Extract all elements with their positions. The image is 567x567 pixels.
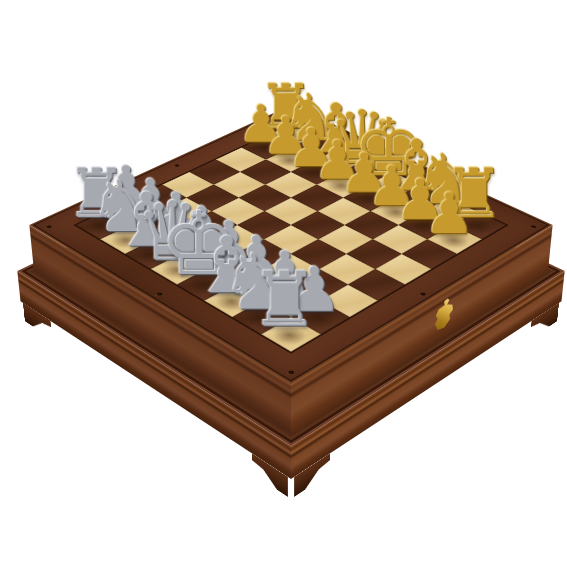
screw-dot: [155, 292, 163, 296]
chess-set-photo: ♜♞♝♛♚♝♞♜♟♟♟♟♟♟♟♟♟♟♟♟♟♟♟♟♜♞♝♛♚♝♞♜: [0, 0, 567, 567]
screw-dot: [287, 370, 295, 375]
silver-rook-icon: ♜: [235, 262, 335, 338]
screw-dot: [419, 292, 427, 296]
brass-clasp: [432, 296, 455, 332]
gold-pawn-icon: ♟: [404, 185, 496, 242]
screw-dot: [530, 225, 537, 229]
